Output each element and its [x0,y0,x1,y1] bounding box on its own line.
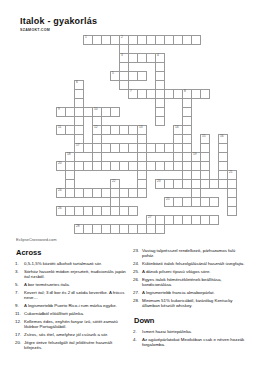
grid-cell[interactable]: 5 [110,71,120,81]
grid-cell[interactable] [191,35,201,45]
clue-item: 2.Ismert hazai körtepálinka. [133,329,248,334]
generator-credit: EclipseCrossword.com [16,237,57,242]
grid-cell[interactable] [209,215,219,225]
clue-item: 17.Zsíros, sós étel, amelyhez jól csúszi… [15,332,128,337]
clue-number: 18 [67,153,71,156]
grid-cell[interactable] [101,206,111,216]
clue-item-text: 0,5-1,5% közötti alkoholt tartalmazó sör… [24,261,128,266]
clue-item-number: 26. [133,277,142,288]
clue-item-number: 17. [15,332,24,337]
clue-number: 26 [58,207,62,210]
clue-number: 8 [184,90,186,93]
clue-item: 1.0,5-1,5% közötti alkoholt tartalmazó s… [15,261,128,266]
clue-column-right: 23.Vastag talprésszel rendelkező, párhuz… [133,248,248,350]
clue-number: 19 [193,153,197,156]
clue-item-text: Az agávépárlatokat Mexikóban csak e néve… [142,337,248,348]
clue-item-number: 7. [15,290,24,301]
grid-cell[interactable] [164,143,174,153]
clue-item-number: 28. [133,298,142,309]
grid-cell[interactable] [200,89,210,99]
clue-item-text: A legismertebb Puerto Rico-i rum márka e… [24,303,128,308]
clue-number: 14 [175,126,179,129]
clue-item: 26.Egyes italok hőmérsékletének beállítá… [133,277,248,288]
clue-item-text: Zsíros, sós étel, amelyhez jól csúszik a… [24,332,128,337]
clue-number: 28 [76,225,80,228]
clue-item: 23.Vastag talprésszel rendelkező, párhuz… [133,248,248,259]
clue-item-number: 24. [133,261,142,266]
clue-item-number: 9. [15,303,24,308]
grid-cell[interactable] [83,143,93,153]
clue-item-number: 3. [15,269,24,280]
clue-number: 20 [58,162,62,165]
grid-cell[interactable] [155,224,165,234]
grid-cell[interactable] [164,161,174,171]
clue-number: 13 [139,126,143,129]
grid-cell[interactable] [65,107,75,117]
grid-cell[interactable] [209,179,219,189]
clue-item: 3.Sörhöz hasonló módon erjesztett, tradi… [15,269,128,280]
clue-number: 10 [94,108,98,111]
grid-cell[interactable] [128,206,138,216]
grid-cell[interactable] [137,188,147,198]
clue-number: 12 [94,126,98,129]
clue-item-text: Jégre öntve felszolgált ital jelölésére … [24,340,128,351]
across-clues-right: 23.Vastag talprésszel rendelkező, párhuz… [133,248,248,309]
down-heading: Down [134,316,248,325]
clue-item: 5.A bor természetes itala. [15,282,128,287]
clue-item-number: 11. [15,311,24,316]
clue-number: 16 [220,135,224,138]
clue-item: 12.Kellemes édes, enyhén fanyar ízű, söt… [15,319,128,330]
grid-cell[interactable] [128,161,138,171]
clue-number: 2 [121,36,123,39]
grid-cell[interactable] [101,188,111,198]
page-title: Italok - gyakorlás [20,16,97,26]
grid-cell[interactable] [146,89,156,99]
grid-cell[interactable] [155,116,165,126]
clue-number: 25 [166,198,170,201]
clue-item-number: 4. [133,337,142,348]
clue-item-text: Minimum 51% kukoricából, kizárólag Kentu… [142,298,248,309]
across-clues-left: 1.0,5-1,5% közötti alkoholt tartalmazó s… [15,261,128,351]
clue-number: 15 [202,135,206,138]
grid-cell[interactable] [209,197,219,207]
clue-item-text: Cukornádból előállított pálinka. [24,311,128,316]
clue-item-number: 5. [15,282,24,287]
clue-number: 23 [157,180,161,183]
across-heading: Across [16,248,128,257]
clue-item-text: Kevert ital; 3 dl bor és 2 dl szóda keve… [24,290,128,301]
clue-item-number: 20. [15,340,24,351]
clue-item-number: 25. [133,269,142,274]
clue-item-text: A dánok pilseni típusú világos söre. [142,269,248,274]
clue-item-text: A legismertebb francia almaborpárlat. [142,290,248,295]
down-clues: 2.Ismert hazai körtepálinka.4.Az agávépá… [133,329,248,347]
clue-number: 27 [148,216,152,219]
clue-number: 1 [85,36,87,39]
clue-number: 4 [157,54,159,57]
clue-item: 20.Jégre öntve felszolgált ital jelölésé… [15,340,128,351]
clue-item-text: Ismert hazai körtepálinka. [142,329,248,334]
clue-item-number: 23. [133,248,142,259]
clue-item: 24.Különböző italok felszolgálásánál has… [133,261,248,266]
clue-column-left: Across 1.0,5-1,5% közötti alkoholt tarta… [15,248,128,353]
grid-cell[interactable] [128,143,138,153]
grid-cell[interactable]: 24 [56,188,66,198]
grid-cell[interactable] [173,179,183,189]
clue-item-text: Sörhöz hasonló módon erjesztett, tradici… [24,269,128,280]
clue-item: 4.Az agávépárlatokat Mexikóban csak e né… [133,337,248,348]
clue-number: 21 [229,171,233,174]
page-subtitle: SZAMOKT.COM [20,28,50,32]
clue-number: 24 [58,189,62,192]
grid-cell[interactable] [137,71,147,81]
clue-item: 11.Cukornádból előállított pálinka. [15,311,128,316]
clue-number: 17 [76,144,80,147]
clue-number: 5 [112,72,114,75]
clue-item-text: Különböző italok felszolgálásánál haszná… [142,261,248,266]
clue-number: 3 [121,54,123,57]
clue-item-text: A bor természetes itala. [24,282,128,287]
clue-number: 9 [58,108,60,111]
crossword-page: Italok - gyakorlás SZAMOKT.COM 123456789… [0,0,260,367]
clue-item: 25.A dánok pilseni típusú világos söre. [133,269,248,274]
grid-cell[interactable]: 20 [56,161,66,171]
clue-item-number: 12. [15,319,24,330]
clue-number: 6 [76,81,78,84]
grid-cell[interactable] [83,161,93,171]
clue-item: 28.Minimum 51% kukoricából, kizárólag Ke… [133,298,248,309]
grid-cell[interactable] [110,107,120,117]
clue-item-text: Egyes italok hőmérsékletének beállítása,… [142,277,248,288]
grid-cell[interactable] [173,161,183,171]
clue-number: 7 [130,90,132,93]
clue-item: 7.Kevert ital; 3 dl bor és 2 dl szóda ke… [15,290,128,301]
clue-item-number: 1. [15,261,24,266]
clue-item: 27.A legismertebb francia almaborpárlat. [133,290,248,295]
clue-item-text: Kellemes édes, enyhén fanyar ízű, sötét … [24,319,128,330]
grid-cell[interactable] [128,188,138,198]
clue-item-number: 27. [133,290,142,295]
clue-item: 9.A legismertebb Puerto Rico-i rum márka… [15,303,128,308]
clue-number: 11 [58,126,61,129]
grid-cell[interactable] [65,125,75,135]
grid-cell[interactable] [227,206,237,216]
clue-item-number: 2. [133,329,142,334]
clue-item-text: Vastag talprésszel rendelkező, párhuzamo… [142,248,248,259]
clue-number: 22 [112,180,116,183]
